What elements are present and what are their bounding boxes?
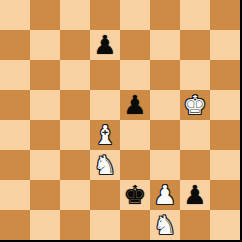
square-e6[interactable] xyxy=(120,60,150,90)
square-f5[interactable] xyxy=(150,90,180,120)
square-a4[interactable] xyxy=(0,120,30,150)
square-c2[interactable] xyxy=(60,180,90,210)
square-a7[interactable] xyxy=(0,30,30,60)
square-a1[interactable] xyxy=(0,210,30,240)
square-e5[interactable]: ♟ xyxy=(120,90,150,120)
square-g5[interactable]: ♚ xyxy=(180,90,210,120)
square-h1[interactable] xyxy=(210,210,240,240)
square-a3[interactable] xyxy=(0,150,30,180)
square-b7[interactable] xyxy=(30,30,60,60)
square-c6[interactable] xyxy=(60,60,90,90)
square-c7[interactable] xyxy=(60,30,90,60)
square-f6[interactable] xyxy=(150,60,180,90)
square-h6[interactable] xyxy=(210,60,240,90)
piece-black-king-e2[interactable]: ♚ xyxy=(123,180,146,210)
square-h8[interactable] xyxy=(210,0,240,30)
square-g6[interactable] xyxy=(180,60,210,90)
piece-white-pawn-f2[interactable]: ♟ xyxy=(153,180,176,210)
square-b8[interactable] xyxy=(30,0,60,30)
square-d8[interactable] xyxy=(90,0,120,30)
square-b3[interactable] xyxy=(30,150,60,180)
square-h7[interactable] xyxy=(210,30,240,60)
chess-board: ♟♟♚♝♞♚♟♟♞ xyxy=(0,0,240,240)
square-e4[interactable] xyxy=(120,120,150,150)
square-d4[interactable]: ♝ xyxy=(90,120,120,150)
square-g4[interactable] xyxy=(180,120,210,150)
square-g1[interactable] xyxy=(180,210,210,240)
square-b4[interactable] xyxy=(30,120,60,150)
square-a5[interactable] xyxy=(0,90,30,120)
square-f7[interactable] xyxy=(150,30,180,60)
square-e1[interactable] xyxy=(120,210,150,240)
piece-white-knight-f1[interactable]: ♞ xyxy=(153,210,176,240)
square-c4[interactable] xyxy=(60,120,90,150)
square-d5[interactable] xyxy=(90,90,120,120)
square-h2[interactable] xyxy=(210,180,240,210)
square-d1[interactable] xyxy=(90,210,120,240)
square-e8[interactable] xyxy=(120,0,150,30)
chess-board-frame: ♟♟♚♝♞♚♟♟♞ xyxy=(0,0,242,242)
square-a6[interactable] xyxy=(0,60,30,90)
square-c5[interactable] xyxy=(60,90,90,120)
square-f4[interactable] xyxy=(150,120,180,150)
square-e3[interactable] xyxy=(120,150,150,180)
piece-black-pawn-g2[interactable]: ♟ xyxy=(183,180,206,210)
square-h5[interactable] xyxy=(210,90,240,120)
square-d3[interactable]: ♞ xyxy=(90,150,120,180)
piece-white-bishop-d4[interactable]: ♝ xyxy=(93,120,116,150)
piece-black-pawn-d7[interactable]: ♟ xyxy=(93,30,116,60)
square-f3[interactable] xyxy=(150,150,180,180)
square-e7[interactable] xyxy=(120,30,150,60)
square-b5[interactable] xyxy=(30,90,60,120)
square-g3[interactable] xyxy=(180,150,210,180)
square-b6[interactable] xyxy=(30,60,60,90)
square-h4[interactable] xyxy=(210,120,240,150)
piece-white-knight-d3[interactable]: ♞ xyxy=(93,150,116,180)
square-b2[interactable] xyxy=(30,180,60,210)
square-e2[interactable]: ♚ xyxy=(120,180,150,210)
square-f8[interactable] xyxy=(150,0,180,30)
square-c8[interactable] xyxy=(60,0,90,30)
square-c1[interactable] xyxy=(60,210,90,240)
square-a8[interactable] xyxy=(0,0,30,30)
square-a2[interactable] xyxy=(0,180,30,210)
square-h3[interactable] xyxy=(210,150,240,180)
piece-black-pawn-e5[interactable]: ♟ xyxy=(123,90,146,120)
square-d7[interactable]: ♟ xyxy=(90,30,120,60)
square-g2[interactable]: ♟ xyxy=(180,180,210,210)
square-d6[interactable] xyxy=(90,60,120,90)
square-d2[interactable] xyxy=(90,180,120,210)
square-g8[interactable] xyxy=(180,0,210,30)
square-f1[interactable]: ♞ xyxy=(150,210,180,240)
square-f2[interactable]: ♟ xyxy=(150,180,180,210)
square-c3[interactable] xyxy=(60,150,90,180)
square-b1[interactable] xyxy=(30,210,60,240)
square-g7[interactable] xyxy=(180,30,210,60)
piece-white-king-g5[interactable]: ♚ xyxy=(183,90,206,120)
